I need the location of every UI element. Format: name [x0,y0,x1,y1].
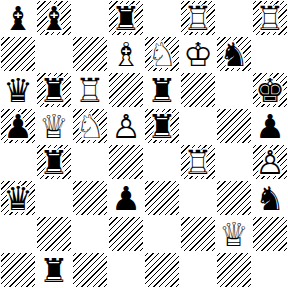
piece-white-fill: ♞ [252,180,288,216]
square-h4[interactable]: ♟♙ [252,144,288,180]
square-a1[interactable] [0,252,36,288]
square-e8[interactable] [144,0,180,36]
piece-white-fill: ♟ [108,180,144,216]
square-b1[interactable]: ♜♜ [36,252,72,288]
piece-white-fill: ♛ [216,216,252,252]
black-king-icon: ♚ [252,72,288,108]
square-b6[interactable]: ♜♜ [36,72,72,108]
square-b7[interactable] [36,36,72,72]
piece-white-fill: ♜ [144,72,180,108]
square-c4[interactable] [72,144,108,180]
piece-white-fill: ♚ [180,36,216,72]
square-a5[interactable]: ♟♟ [0,108,36,144]
piece-white-fill: ♞ [72,108,108,144]
square-e6[interactable]: ♜♜ [144,72,180,108]
white-queen-icon: ♕ [36,108,72,144]
piece-white-fill: ♜ [36,144,72,180]
square-c5[interactable]: ♞♘ [72,108,108,144]
square-c8[interactable] [72,0,108,36]
white-rook-icon: ♖ [72,72,108,108]
square-g7[interactable]: ♞♞ [216,36,252,72]
square-c1[interactable] [72,252,108,288]
piece-white-fill: ♟ [252,108,288,144]
square-h7[interactable] [252,36,288,72]
white-bishop-icon: ♗ [108,36,144,72]
black-rook-icon: ♜ [144,72,180,108]
square-d6[interactable] [108,72,144,108]
square-g8[interactable] [216,0,252,36]
square-h8[interactable]: ♜♖ [252,0,288,36]
square-d1[interactable] [108,252,144,288]
piece-white-fill: ♜ [36,252,72,288]
piece-white-fill: ♜ [72,72,108,108]
square-c2[interactable] [72,216,108,252]
square-a3[interactable]: ♛♛ [0,180,36,216]
square-b2[interactable] [36,216,72,252]
square-d5[interactable]: ♟♙ [108,108,144,144]
square-b5[interactable]: ♛♕ [36,108,72,144]
black-pawn-icon: ♟ [0,108,36,144]
square-e2[interactable] [144,216,180,252]
white-king-icon: ♔ [180,36,216,72]
white-pawn-icon: ♙ [108,108,144,144]
piece-white-fill: ♜ [180,0,216,36]
square-h6[interactable]: ♚♚ [252,72,288,108]
square-d4[interactable] [108,144,144,180]
piece-white-fill: ♞ [144,36,180,72]
square-g2[interactable]: ♛♕ [216,216,252,252]
piece-white-fill: ♝ [108,36,144,72]
piece-white-fill: ♝ [0,0,36,36]
piece-white-fill: ♜ [252,0,288,36]
square-b4[interactable]: ♜♜ [36,144,72,180]
piece-white-fill: ♜ [144,108,180,144]
square-e1[interactable] [144,252,180,288]
black-bishop-icon: ♝ [36,0,72,36]
square-g1[interactable] [216,252,252,288]
white-rook-icon: ♖ [180,0,216,36]
black-rook-icon: ♜ [144,108,180,144]
square-d3[interactable]: ♟♟ [108,180,144,216]
square-c7[interactable] [72,36,108,72]
square-g4[interactable] [216,144,252,180]
black-queen-icon: ♛ [0,72,36,108]
piece-white-fill: ♜ [180,144,216,180]
square-e5[interactable]: ♜♜ [144,108,180,144]
black-rook-icon: ♜ [108,0,144,36]
square-d2[interactable] [108,216,144,252]
white-rook-icon: ♖ [252,0,288,36]
black-knight-icon: ♞ [216,36,252,72]
square-e7[interactable]: ♞♘ [144,36,180,72]
piece-white-fill: ♜ [36,72,72,108]
black-pawn-icon: ♟ [252,108,288,144]
black-rook-icon: ♜ [36,72,72,108]
square-f1[interactable] [180,252,216,288]
black-queen-icon: ♛ [0,180,36,216]
piece-white-fill: ♟ [0,108,36,144]
piece-white-fill: ♟ [252,144,288,180]
square-c6[interactable]: ♜♖ [72,72,108,108]
square-f7[interactable]: ♚♔ [180,36,216,72]
square-a8[interactable]: ♝♝ [0,0,36,36]
piece-white-fill: ♛ [0,72,36,108]
piece-white-fill: ♛ [0,180,36,216]
square-c3[interactable] [72,180,108,216]
chess-board: ♝♝♝♝♜♜♜♖♜♖♝♗♞♘♚♔♞♞♛♛♜♜♜♖♜♜♚♚♟♟♛♕♞♘♟♙♜♜♟♟… [0,0,288,288]
square-g3[interactable] [216,180,252,216]
black-knight-icon: ♞ [252,180,288,216]
white-queen-icon: ♕ [216,216,252,252]
white-knight-icon: ♘ [72,108,108,144]
square-e4[interactable] [144,144,180,180]
square-h1[interactable] [252,252,288,288]
square-h5[interactable]: ♟♟ [252,108,288,144]
piece-white-fill: ♞ [216,36,252,72]
square-h2[interactable] [252,216,288,252]
black-rook-icon: ♜ [36,252,72,288]
square-b8[interactable]: ♝♝ [36,0,72,36]
square-f6[interactable] [180,72,216,108]
square-a4[interactable] [0,144,36,180]
white-rook-icon: ♖ [180,144,216,180]
square-d8[interactable]: ♜♜ [108,0,144,36]
square-f5[interactable] [180,108,216,144]
square-a6[interactable]: ♛♛ [0,72,36,108]
piece-white-fill: ♜ [108,0,144,36]
piece-white-fill: ♝ [36,0,72,36]
black-bishop-icon: ♝ [0,0,36,36]
square-f4[interactable]: ♜♖ [180,144,216,180]
square-d7[interactable]: ♝♗ [108,36,144,72]
piece-white-fill: ♟ [108,108,144,144]
piece-white-fill: ♛ [36,108,72,144]
square-f8[interactable]: ♜♖ [180,0,216,36]
square-e3[interactable] [144,180,180,216]
square-g6[interactable] [216,72,252,108]
black-pawn-icon: ♟ [108,180,144,216]
square-b3[interactable] [36,180,72,216]
square-f2[interactable] [180,216,216,252]
white-pawn-icon: ♙ [252,144,288,180]
square-g5[interactable] [216,108,252,144]
square-h3[interactable]: ♞♞ [252,180,288,216]
black-rook-icon: ♜ [36,144,72,180]
square-f3[interactable] [180,180,216,216]
white-knight-icon: ♘ [144,36,180,72]
piece-white-fill: ♚ [252,72,288,108]
square-a7[interactable] [0,36,36,72]
square-a2[interactable] [0,216,36,252]
